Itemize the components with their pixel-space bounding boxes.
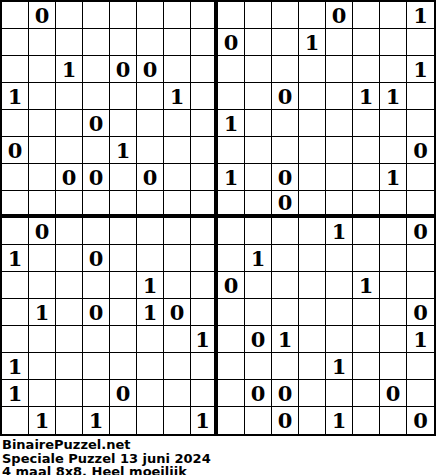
cell-r11c6: 1: [137, 272, 164, 299]
cell-r7c6: 0: [137, 164, 164, 191]
cell-r16c4: 1: [83, 407, 110, 434]
cell-r11c8[interactable]: [191, 272, 218, 299]
cell-r15c2[interactable]: [29, 380, 56, 407]
cell-r12c6: 1: [137, 299, 164, 326]
cell-r16c13: 1: [326, 407, 353, 434]
cell-r11c7[interactable]: [164, 272, 191, 299]
cell-r14c6[interactable]: [137, 353, 164, 380]
cell-r1c16: 1: [407, 2, 434, 29]
cell-r15c1: 1: [2, 380, 29, 407]
cell-r11c15[interactable]: [380, 272, 407, 299]
cell-r2c2[interactable]: [29, 29, 56, 56]
cell-r8c10[interactable]: [245, 191, 272, 218]
cell-r2c3[interactable]: [56, 29, 83, 56]
cell-r12c12[interactable]: [299, 299, 326, 326]
cell-r15c4[interactable]: [83, 380, 110, 407]
cell-r1c12[interactable]: [299, 2, 326, 29]
cell-r4c1: 1: [2, 83, 29, 110]
footer-site: BinairePuzzel.net: [2, 438, 437, 452]
cell-r16c7[interactable]: [164, 407, 191, 434]
cell-r2c6[interactable]: [137, 29, 164, 56]
cell-r12c16: 0: [407, 299, 434, 326]
cell-r6c10[interactable]: [245, 137, 272, 164]
cell-r11c12[interactable]: [299, 272, 326, 299]
cell-r9c7[interactable]: [164, 218, 191, 245]
cell-r12c7: 0: [164, 299, 191, 326]
cell-r13c9[interactable]: [218, 326, 245, 353]
cell-r10c4: 0: [83, 245, 110, 272]
cell-r16c6[interactable]: [137, 407, 164, 434]
cell-r6c4[interactable]: [83, 137, 110, 164]
cell-r9c12[interactable]: [299, 218, 326, 245]
cell-r10c15[interactable]: [380, 245, 407, 272]
cell-r7c13[interactable]: [326, 164, 353, 191]
cell-r3c3: 1: [56, 56, 83, 83]
cell-r8c3[interactable]: [56, 191, 83, 218]
cell-r6c8[interactable]: [191, 137, 218, 164]
cell-r6c13[interactable]: [326, 137, 353, 164]
cell-r10c3[interactable]: [56, 245, 83, 272]
cell-r16c14[interactable]: [353, 407, 380, 434]
cell-r1c8[interactable]: [191, 2, 218, 29]
cell-r10c11[interactable]: [272, 245, 299, 272]
cell-r14c2[interactable]: [29, 353, 56, 380]
cell-r12c3[interactable]: [56, 299, 83, 326]
cell-r5c9: 1: [218, 110, 245, 137]
cell-r3c11[interactable]: [272, 56, 299, 83]
cell-r11c13[interactable]: [326, 272, 353, 299]
cell-r5c11[interactable]: [272, 110, 299, 137]
cell-r14c13: 1: [326, 353, 353, 380]
cell-r8c11: 0: [272, 191, 299, 218]
cell-r4c2[interactable]: [29, 83, 56, 110]
cell-r15c6[interactable]: [137, 380, 164, 407]
cell-r2c13[interactable]: [326, 29, 353, 56]
cell-r10c7[interactable]: [164, 245, 191, 272]
cell-r3c5: 0: [110, 56, 137, 83]
cell-r16c8: 1: [191, 407, 218, 434]
cell-r5c3[interactable]: [56, 110, 83, 137]
cell-r3c6: 0: [137, 56, 164, 83]
cell-r14c8[interactable]: [191, 353, 218, 380]
cell-r14c12[interactable]: [299, 353, 326, 380]
cell-r1c10[interactable]: [245, 2, 272, 29]
cell-r3c12[interactable]: [299, 56, 326, 83]
cell-r2c14[interactable]: [353, 29, 380, 56]
cell-r13c6[interactable]: [137, 326, 164, 353]
cell-r10c6[interactable]: [137, 245, 164, 272]
cell-r9c2: 0: [29, 218, 56, 245]
cell-r1c11[interactable]: [272, 2, 299, 29]
cell-r15c12[interactable]: [299, 380, 326, 407]
cell-r15c9[interactable]: [218, 380, 245, 407]
cell-r5c12[interactable]: [299, 110, 326, 137]
cell-r11c9: 0: [218, 272, 245, 299]
cell-r9c15[interactable]: [380, 218, 407, 245]
cell-r2c11[interactable]: [272, 29, 299, 56]
cell-r3c7[interactable]: [164, 56, 191, 83]
cell-r11c11[interactable]: [272, 272, 299, 299]
cell-r8c4[interactable]: [83, 191, 110, 218]
cell-r9c16: 0: [407, 218, 434, 245]
cell-r16c1[interactable]: [2, 407, 29, 434]
cell-r2c8[interactable]: [191, 29, 218, 56]
cell-r10c12[interactable]: [299, 245, 326, 272]
cell-r3c15[interactable]: [380, 56, 407, 83]
cell-r8c9[interactable]: [218, 191, 245, 218]
cell-r8c1[interactable]: [2, 191, 29, 218]
cell-r9c11[interactable]: [272, 218, 299, 245]
cell-r8c16[interactable]: [407, 191, 434, 218]
cell-r9c4[interactable]: [83, 218, 110, 245]
cell-r5c15[interactable]: [380, 110, 407, 137]
cell-r7c10[interactable]: [245, 164, 272, 191]
cell-r15c3[interactable]: [56, 380, 83, 407]
cell-r6c16: 0: [407, 137, 434, 164]
cell-r16c2: 1: [29, 407, 56, 434]
cell-r7c7[interactable]: [164, 164, 191, 191]
cell-r12c14[interactable]: [353, 299, 380, 326]
cell-r16c3[interactable]: [56, 407, 83, 434]
cell-r9c13: 1: [326, 218, 353, 245]
cell-r6c11[interactable]: [272, 137, 299, 164]
cell-r8c2[interactable]: [29, 191, 56, 218]
cell-r11c4[interactable]: [83, 272, 110, 299]
cell-r2c15[interactable]: [380, 29, 407, 56]
cell-r10c9[interactable]: [218, 245, 245, 272]
cell-r12c5[interactable]: [110, 299, 137, 326]
cell-r15c13[interactable]: [326, 380, 353, 407]
cell-r13c10: 0: [245, 326, 272, 353]
cell-r13c14[interactable]: [353, 326, 380, 353]
cell-r4c7: 1: [164, 83, 191, 110]
cell-r2c5[interactable]: [110, 29, 137, 56]
cell-r2c10[interactable]: [245, 29, 272, 56]
cell-r5c4: 0: [83, 110, 110, 137]
cell-r15c15: 0: [380, 380, 407, 407]
cell-r7c4: 0: [83, 164, 110, 191]
cell-r14c11[interactable]: [272, 353, 299, 380]
cell-r3c8[interactable]: [191, 56, 218, 83]
cell-r2c1[interactable]: [2, 29, 29, 56]
cell-r16c9[interactable]: [218, 407, 245, 434]
cell-r7c16[interactable]: [407, 164, 434, 191]
cell-r12c2: 1: [29, 299, 56, 326]
cell-r6c7[interactable]: [164, 137, 191, 164]
cell-r9c1[interactable]: [2, 218, 29, 245]
cell-r4c14: 1: [353, 83, 380, 110]
cell-r1c14[interactable]: [353, 2, 380, 29]
cell-r14c3[interactable]: [56, 353, 83, 380]
cell-r4c8[interactable]: [191, 83, 218, 110]
cell-r3c4[interactable]: [83, 56, 110, 83]
cell-r14c1: 1: [2, 353, 29, 380]
cell-r1c5[interactable]: [110, 2, 137, 29]
cell-r13c16: 1: [407, 326, 434, 353]
cell-r9c10[interactable]: [245, 218, 272, 245]
cell-r2c9: 0: [218, 29, 245, 56]
cell-r3c13[interactable]: [326, 56, 353, 83]
cell-r13c3[interactable]: [56, 326, 83, 353]
cell-r14c15[interactable]: [380, 353, 407, 380]
cell-r5c10[interactable]: [245, 110, 272, 137]
cell-r8c15[interactable]: [380, 191, 407, 218]
cell-r5c7[interactable]: [164, 110, 191, 137]
cell-r12c15[interactable]: [380, 299, 407, 326]
cell-r4c13[interactable]: [326, 83, 353, 110]
cell-r2c7[interactable]: [164, 29, 191, 56]
cell-r13c15[interactable]: [380, 326, 407, 353]
cell-r1c9[interactable]: [218, 2, 245, 29]
cell-r12c13[interactable]: [326, 299, 353, 326]
cell-r5c2[interactable]: [29, 110, 56, 137]
cell-r13c7[interactable]: [164, 326, 191, 353]
cell-r14c14[interactable]: [353, 353, 380, 380]
cell-r6c9[interactable]: [218, 137, 245, 164]
cell-r3c14[interactable]: [353, 56, 380, 83]
cell-r6c14[interactable]: [353, 137, 380, 164]
cell-r10c14[interactable]: [353, 245, 380, 272]
cell-r11c14: 1: [353, 272, 380, 299]
cell-r13c12[interactable]: [299, 326, 326, 353]
cell-r8c7[interactable]: [164, 191, 191, 218]
cell-r5c8[interactable]: [191, 110, 218, 137]
cell-r8c5[interactable]: [110, 191, 137, 218]
cell-r4c12[interactable]: [299, 83, 326, 110]
footer: BinairePuzzel.net Speciale Puzzel 13 jun…: [0, 436, 437, 475]
cell-r3c16: 1: [407, 56, 434, 83]
cell-r16c11: 0: [272, 407, 299, 434]
cell-r9c3[interactable]: [56, 218, 83, 245]
cell-r13c2[interactable]: [29, 326, 56, 353]
cell-r10c1: 1: [2, 245, 29, 272]
footer-description: 4 maal 8x8, Heel moeilijk: [2, 465, 437, 475]
cell-r15c16[interactable]: [407, 380, 434, 407]
cell-r2c4[interactable]: [83, 29, 110, 56]
cell-r7c3: 0: [56, 164, 83, 191]
cell-r11c2[interactable]: [29, 272, 56, 299]
cell-r11c3[interactable]: [56, 272, 83, 299]
cell-r1c3[interactable]: [56, 2, 83, 29]
puzzle-page: 0010110011101101010000101001010110110100…: [0, 0, 437, 475]
cell-r1c15[interactable]: [380, 2, 407, 29]
cell-r15c11: 0: [272, 380, 299, 407]
cell-r7c8[interactable]: [191, 164, 218, 191]
cell-r4c3[interactable]: [56, 83, 83, 110]
cell-r11c16[interactable]: [407, 272, 434, 299]
cell-r14c10[interactable]: [245, 353, 272, 380]
cell-r7c11: 0: [272, 164, 299, 191]
cell-r4c10[interactable]: [245, 83, 272, 110]
cell-r6c2[interactable]: [29, 137, 56, 164]
cell-r10c8[interactable]: [191, 245, 218, 272]
cell-r16c10[interactable]: [245, 407, 272, 434]
cell-r12c1[interactable]: [2, 299, 29, 326]
cell-r14c4[interactable]: [83, 353, 110, 380]
footer-subtitle: Speciale Puzzel 13 juni 2024: [2, 452, 437, 466]
cell-r6c15[interactable]: [380, 137, 407, 164]
cell-r7c5[interactable]: [110, 164, 137, 191]
cell-r5c14[interactable]: [353, 110, 380, 137]
cell-r12c9[interactable]: [218, 299, 245, 326]
cell-r6c1: 0: [2, 137, 29, 164]
cell-r9c9[interactable]: [218, 218, 245, 245]
cell-r10c2[interactable]: [29, 245, 56, 272]
cell-r4c4[interactable]: [83, 83, 110, 110]
cell-r13c1[interactable]: [2, 326, 29, 353]
cell-r1c4[interactable]: [83, 2, 110, 29]
cell-r7c14[interactable]: [353, 164, 380, 191]
cell-r2c12: 1: [299, 29, 326, 56]
cell-r14c7[interactable]: [164, 353, 191, 380]
cell-r6c12[interactable]: [299, 137, 326, 164]
cell-r4c16[interactable]: [407, 83, 434, 110]
cell-r8c12[interactable]: [299, 191, 326, 218]
cell-r7c12[interactable]: [299, 164, 326, 191]
cell-r10c13[interactable]: [326, 245, 353, 272]
cell-r2c16[interactable]: [407, 29, 434, 56]
cell-r8c8[interactable]: [191, 191, 218, 218]
cell-r13c8: 1: [191, 326, 218, 353]
cell-r1c2: 0: [29, 2, 56, 29]
cell-r13c5[interactable]: [110, 326, 137, 353]
cell-r12c4: 0: [83, 299, 110, 326]
cell-r4c6[interactable]: [137, 83, 164, 110]
cell-r5c6[interactable]: [137, 110, 164, 137]
cell-r6c3[interactable]: [56, 137, 83, 164]
cell-r16c15[interactable]: [380, 407, 407, 434]
cell-r16c16: 0: [407, 407, 434, 434]
cell-r5c5[interactable]: [110, 110, 137, 137]
cell-r16c5[interactable]: [110, 407, 137, 434]
cell-r8c14[interactable]: [353, 191, 380, 218]
cell-r8c13[interactable]: [326, 191, 353, 218]
cell-r14c9[interactable]: [218, 353, 245, 380]
puzzle-board: 0010110011101101010000101001010110110100…: [0, 0, 436, 436]
cell-r1c6[interactable]: [137, 2, 164, 29]
cell-r5c16[interactable]: [407, 110, 434, 137]
cell-r9c6[interactable]: [137, 218, 164, 245]
cell-r13c13[interactable]: [326, 326, 353, 353]
cell-r15c7[interactable]: [164, 380, 191, 407]
cell-r15c10: 0: [245, 380, 272, 407]
cell-r11c5[interactable]: [110, 272, 137, 299]
cell-r15c5: 0: [110, 380, 137, 407]
cell-r11c1[interactable]: [2, 272, 29, 299]
cell-r3c2[interactable]: [29, 56, 56, 83]
cell-r7c9: 1: [218, 164, 245, 191]
cell-r6c6[interactable]: [137, 137, 164, 164]
cell-r10c5[interactable]: [110, 245, 137, 272]
cell-r7c1[interactable]: [2, 164, 29, 191]
cell-r3c1[interactable]: [2, 56, 29, 83]
cell-r15c8[interactable]: [191, 380, 218, 407]
cell-r12c10[interactable]: [245, 299, 272, 326]
cell-r13c4[interactable]: [83, 326, 110, 353]
cell-r14c16[interactable]: [407, 353, 434, 380]
cell-r14c5[interactable]: [110, 353, 137, 380]
cell-r12c8[interactable]: [191, 299, 218, 326]
cell-r5c13[interactable]: [326, 110, 353, 137]
cell-r9c5[interactable]: [110, 218, 137, 245]
cell-r15c14[interactable]: [353, 380, 380, 407]
cell-r5c1[interactable]: [2, 110, 29, 137]
cell-r10c10: 1: [245, 245, 272, 272]
cell-r1c13: 0: [326, 2, 353, 29]
cell-r9c8[interactable]: [191, 218, 218, 245]
cell-r11c10[interactable]: [245, 272, 272, 299]
cell-r4c11: 0: [272, 83, 299, 110]
cell-r16c12[interactable]: [299, 407, 326, 434]
cell-r4c5[interactable]: [110, 83, 137, 110]
cell-r9c14[interactable]: [353, 218, 380, 245]
cell-r7c15: 1: [380, 164, 407, 191]
cell-r4c15: 1: [380, 83, 407, 110]
cell-r3c10[interactable]: [245, 56, 272, 83]
cell-r10c16[interactable]: [407, 245, 434, 272]
cell-r8c6[interactable]: [137, 191, 164, 218]
cell-r1c1[interactable]: [2, 2, 29, 29]
cell-r1c7[interactable]: [164, 2, 191, 29]
cell-r6c5: 1: [110, 137, 137, 164]
cell-r7c2[interactable]: [29, 164, 56, 191]
cell-r4c9[interactable]: [218, 83, 245, 110]
cell-r3c9[interactable]: [218, 56, 245, 83]
cell-r12c11[interactable]: [272, 299, 299, 326]
cell-r13c11: 1: [272, 326, 299, 353]
